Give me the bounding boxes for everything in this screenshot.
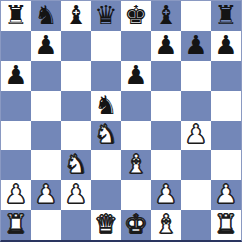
square-h5[interactable]: [211, 91, 241, 121]
square-c5[interactable]: [61, 91, 91, 121]
piece-white-bishop: ♝: [154, 210, 177, 239]
piece-white-queen: ♛: [94, 210, 117, 239]
piece-black-pawn: ♟: [34, 31, 57, 60]
square-c8[interactable]: ♝: [61, 1, 91, 31]
piece-black-queen: ♛: [94, 1, 117, 30]
chess-board: ♜♞♝♛♚♝♜♟♟♟♟♟♟♞♞♟♞♝♟♟♟♟♟♜♛♚♝♜: [0, 0, 242, 242]
square-g1[interactable]: [181, 210, 211, 240]
square-c7[interactable]: [61, 31, 91, 61]
square-a1[interactable]: ♜: [1, 210, 31, 240]
piece-white-pawn: ♟: [154, 180, 177, 209]
square-b5[interactable]: [31, 91, 61, 121]
piece-white-king: ♚: [124, 210, 147, 239]
square-g5[interactable]: [181, 91, 211, 121]
square-c6[interactable]: [61, 61, 91, 91]
square-c3[interactable]: ♞: [61, 150, 91, 180]
square-e6[interactable]: ♟: [121, 61, 151, 91]
square-g3[interactable]: [181, 150, 211, 180]
square-e5[interactable]: [121, 91, 151, 121]
square-f5[interactable]: [151, 91, 181, 121]
square-h3[interactable]: [211, 150, 241, 180]
square-e7[interactable]: [121, 31, 151, 61]
piece-black-pawn: ♟: [124, 61, 147, 90]
square-c4[interactable]: [61, 121, 91, 151]
piece-white-rook: ♜: [4, 210, 27, 239]
square-g6[interactable]: [181, 61, 211, 91]
square-d6[interactable]: [91, 61, 121, 91]
square-d1[interactable]: ♛: [91, 210, 121, 240]
square-h7[interactable]: ♟: [211, 31, 241, 61]
piece-white-bishop: ♝: [124, 150, 147, 179]
square-f4[interactable]: [151, 121, 181, 151]
square-h2[interactable]: ♟: [211, 180, 241, 210]
square-h8[interactable]: ♜: [211, 1, 241, 31]
square-d7[interactable]: [91, 31, 121, 61]
square-b7[interactable]: ♟: [31, 31, 61, 61]
square-g4[interactable]: ♟: [181, 121, 211, 151]
piece-black-rook: ♜: [214, 1, 237, 30]
square-f1[interactable]: ♝: [151, 210, 181, 240]
square-b8[interactable]: ♞: [31, 1, 61, 31]
piece-white-pawn: ♟: [214, 180, 237, 209]
chess-board-container: ♜♞♝♛♚♝♜♟♟♟♟♟♟♞♞♟♞♝♟♟♟♟♟♜♛♚♝♜: [0, 0, 242, 242]
square-a3[interactable]: [1, 150, 31, 180]
square-c2[interactable]: ♟: [61, 180, 91, 210]
square-c1[interactable]: [61, 210, 91, 240]
square-a7[interactable]: [1, 31, 31, 61]
square-b4[interactable]: [31, 121, 61, 151]
square-b1[interactable]: [31, 210, 61, 240]
piece-white-rook: ♜: [214, 210, 237, 239]
piece-black-knight: ♞: [94, 91, 117, 120]
piece-black-pawn: ♟: [184, 31, 207, 60]
square-g8[interactable]: [181, 1, 211, 31]
square-g7[interactable]: ♟: [181, 31, 211, 61]
square-b3[interactable]: [31, 150, 61, 180]
square-d4[interactable]: ♞: [91, 121, 121, 151]
piece-white-pawn: ♟: [64, 180, 87, 209]
piece-black-bishop: ♝: [64, 1, 87, 30]
square-e1[interactable]: ♚: [121, 210, 151, 240]
piece-black-knight: ♞: [34, 1, 57, 30]
piece-white-knight: ♞: [64, 150, 87, 179]
piece-white-pawn: ♟: [4, 180, 27, 209]
square-h4[interactable]: [211, 121, 241, 151]
square-a5[interactable]: [1, 91, 31, 121]
piece-white-knight: ♞: [94, 121, 117, 150]
square-h1[interactable]: ♜: [211, 210, 241, 240]
piece-black-pawn: ♟: [214, 31, 237, 60]
piece-black-king: ♚: [124, 1, 147, 30]
square-e3[interactable]: ♝: [121, 150, 151, 180]
square-f7[interactable]: ♟: [151, 31, 181, 61]
piece-black-bishop: ♝: [154, 1, 177, 30]
square-f2[interactable]: ♟: [151, 180, 181, 210]
square-a6[interactable]: ♟: [1, 61, 31, 91]
square-e2[interactable]: [121, 180, 151, 210]
square-e4[interactable]: [121, 121, 151, 151]
square-d3[interactable]: [91, 150, 121, 180]
piece-white-pawn: ♟: [184, 121, 207, 150]
piece-black-pawn: ♟: [154, 31, 177, 60]
square-a2[interactable]: ♟: [1, 180, 31, 210]
piece-black-pawn: ♟: [4, 61, 27, 90]
square-f3[interactable]: [151, 150, 181, 180]
square-a8[interactable]: ♜: [1, 1, 31, 31]
square-d5[interactable]: ♞: [91, 91, 121, 121]
square-b6[interactable]: [31, 61, 61, 91]
square-g2[interactable]: [181, 180, 211, 210]
square-d2[interactable]: [91, 180, 121, 210]
square-e8[interactable]: ♚: [121, 1, 151, 31]
square-h6[interactable]: [211, 61, 241, 91]
square-f6[interactable]: [151, 61, 181, 91]
square-b2[interactable]: ♟: [31, 180, 61, 210]
piece-black-rook: ♜: [4, 1, 27, 30]
square-f8[interactable]: ♝: [151, 1, 181, 31]
square-d8[interactable]: ♛: [91, 1, 121, 31]
piece-white-pawn: ♟: [34, 180, 57, 209]
square-a4[interactable]: [1, 121, 31, 151]
